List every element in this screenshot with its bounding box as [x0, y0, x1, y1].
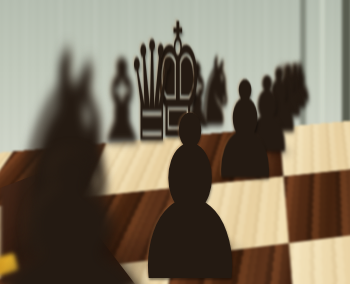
chess-photo-scene: ♟♜♟♞♟♝♟♚♟♛♟♝♟♞♟: [0, 0, 350, 284]
black-pawn-a7: ♟: [0, 121, 189, 284]
piece-layer: ♟♜♟♞♟♝♟♚♟♛♟♝♟♞♟: [0, 0, 350, 284]
